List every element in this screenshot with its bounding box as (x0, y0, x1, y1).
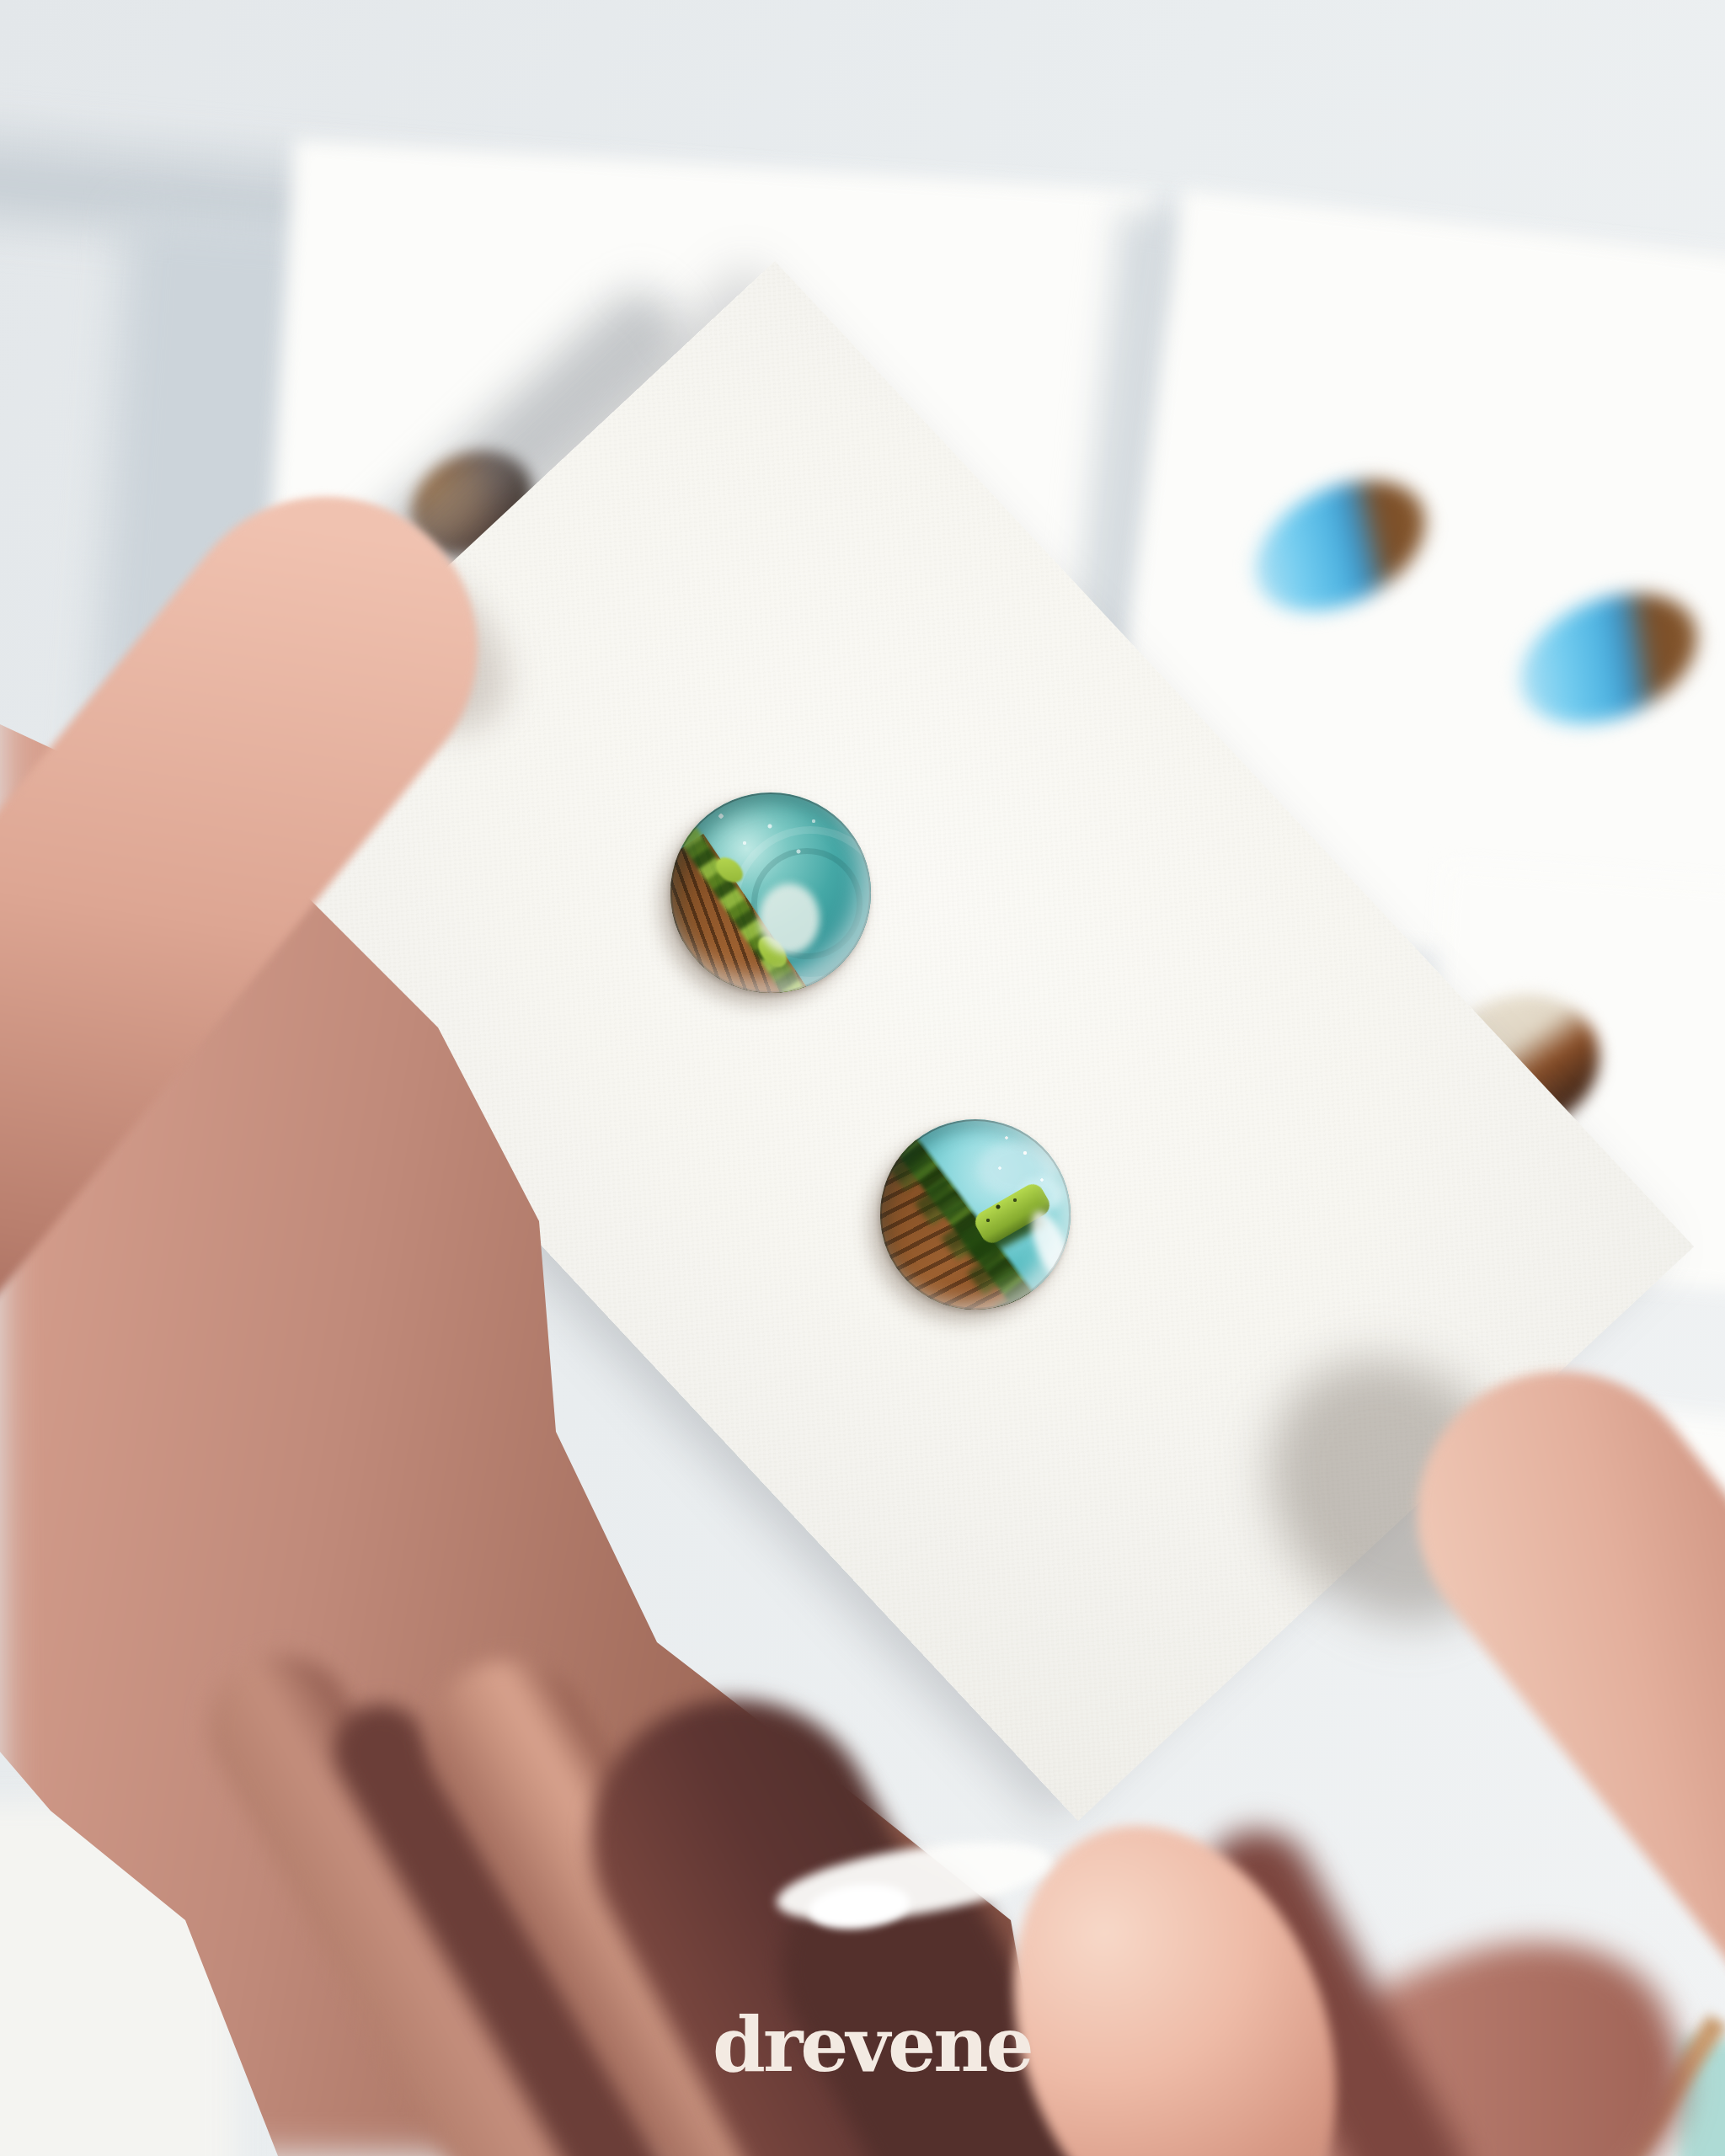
stud-earring-top (670, 792, 871, 993)
gloss-highlight (670, 792, 871, 993)
stud-earring-bottom (880, 1119, 1071, 1310)
gloss-highlight (880, 1119, 1071, 1310)
brand-wordmark: drevene (713, 2006, 1066, 2082)
product-photo: drevene (0, 0, 1725, 2156)
